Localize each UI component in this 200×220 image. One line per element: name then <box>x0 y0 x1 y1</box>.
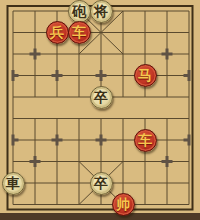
board-edge-shadow <box>0 213 200 220</box>
black-soldier[interactable]: 卒 <box>90 172 113 195</box>
xiangqi-app: 砲将兵车马卒车車卒帅 <box>0 0 200 220</box>
black-cannon[interactable]: 砲 <box>68 0 91 23</box>
black-general[interactable]: 将 <box>90 0 113 23</box>
red-soldier[interactable]: 兵 <box>46 21 69 44</box>
red-general[interactable]: 帅 <box>112 193 135 216</box>
red-chariot[interactable]: 车 <box>134 129 157 152</box>
red-chariot[interactable]: 车 <box>68 21 91 44</box>
black-soldier[interactable]: 卒 <box>90 86 113 109</box>
black-chariot[interactable]: 車 <box>2 172 25 195</box>
red-horse[interactable]: 马 <box>134 64 157 87</box>
